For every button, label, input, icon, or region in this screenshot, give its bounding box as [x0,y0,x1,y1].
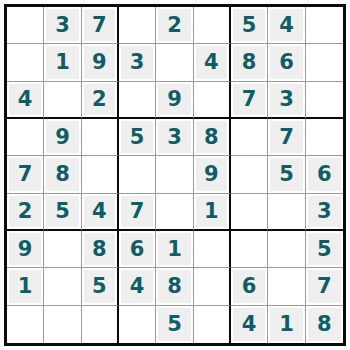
cell-r4c5: 3 [156,119,193,156]
cell-r3c8: 3 [268,82,305,119]
cell-r4c7[interactable] [231,119,268,156]
cell-r6c5[interactable] [156,194,193,231]
cell-r8c7: 6 [231,268,268,305]
page: 3725419348642973953877895625471398615154… [0,0,350,350]
cell-r2c5[interactable] [156,44,193,81]
cell-r8c2[interactable] [44,268,81,305]
cell-r9c7: 4 [231,306,268,343]
cell-r9c2[interactable] [44,306,81,343]
cell-r4c8: 7 [268,119,305,156]
cell-r4c9[interactable] [306,119,343,156]
cell-r2c8: 6 [268,44,305,81]
cell-r8c4: 4 [119,268,156,305]
cell-r3c2[interactable] [44,82,81,119]
cell-r3c6[interactable] [194,82,231,119]
cell-r6c4: 7 [119,194,156,231]
cell-r2c2: 1 [44,44,81,81]
cell-r5c7[interactable] [231,156,268,193]
cell-r7c4: 6 [119,231,156,268]
cell-r6c1: 2 [7,194,44,231]
cell-r7c1: 9 [7,231,44,268]
cell-r5c9: 6 [306,156,343,193]
cell-r3c9[interactable] [306,82,343,119]
cell-r2c1[interactable] [7,44,44,81]
cell-r2c3: 9 [82,44,119,81]
cell-r1c7: 5 [231,7,268,44]
cell-r9c9: 8 [306,306,343,343]
cell-r8c5: 8 [156,268,193,305]
cell-r6c3: 4 [82,194,119,231]
cell-r8c8[interactable] [268,268,305,305]
cell-r2c6: 4 [194,44,231,81]
cell-r4c4: 5 [119,119,156,156]
cell-r5c3[interactable] [82,156,119,193]
cell-r8c9: 7 [306,268,343,305]
cell-r9c1[interactable] [7,306,44,343]
cell-r5c8: 5 [268,156,305,193]
cell-r2c7: 8 [231,44,268,81]
cell-r4c6: 8 [194,119,231,156]
cell-r1c8: 4 [268,7,305,44]
cell-r3c5: 9 [156,82,193,119]
cell-r6c2: 5 [44,194,81,231]
cell-r1c9[interactable] [306,7,343,44]
cell-r1c3: 7 [82,7,119,44]
cell-r9c6[interactable] [194,306,231,343]
cell-r5c6: 9 [194,156,231,193]
cell-r1c4[interactable] [119,7,156,44]
cell-r7c3: 8 [82,231,119,268]
sudoku-board: 3725419348642973953877895625471398615154… [4,4,346,346]
cell-r5c2: 8 [44,156,81,193]
cell-r7c6[interactable] [194,231,231,268]
cell-r4c3[interactable] [82,119,119,156]
cell-r3c7: 7 [231,82,268,119]
cell-r7c5: 1 [156,231,193,268]
cell-r9c8: 1 [268,306,305,343]
cell-r3c1: 4 [7,82,44,119]
cell-r7c7[interactable] [231,231,268,268]
cell-r8c1: 1 [7,268,44,305]
cell-r3c4[interactable] [119,82,156,119]
cell-r3c3: 2 [82,82,119,119]
cell-r9c4[interactable] [119,306,156,343]
cell-r9c3[interactable] [82,306,119,343]
cell-r6c6: 1 [194,194,231,231]
cell-r5c5[interactable] [156,156,193,193]
cell-r4c1[interactable] [7,119,44,156]
cell-r6c8[interactable] [268,194,305,231]
cell-r4c2: 9 [44,119,81,156]
cell-r8c3: 5 [82,268,119,305]
cell-r8c6[interactable] [194,268,231,305]
cell-r5c1: 7 [7,156,44,193]
cell-r1c5: 2 [156,7,193,44]
cell-r2c4: 3 [119,44,156,81]
cell-r1c1[interactable] [7,7,44,44]
cell-r7c9: 5 [306,231,343,268]
cell-r9c5: 5 [156,306,193,343]
cell-r1c2: 3 [44,7,81,44]
cell-r5c4[interactable] [119,156,156,193]
cell-r7c2[interactable] [44,231,81,268]
cell-r1c6[interactable] [194,7,231,44]
cell-r6c9: 3 [306,194,343,231]
cell-r2c9[interactable] [306,44,343,81]
cell-r6c7[interactable] [231,194,268,231]
cell-r7c8[interactable] [268,231,305,268]
